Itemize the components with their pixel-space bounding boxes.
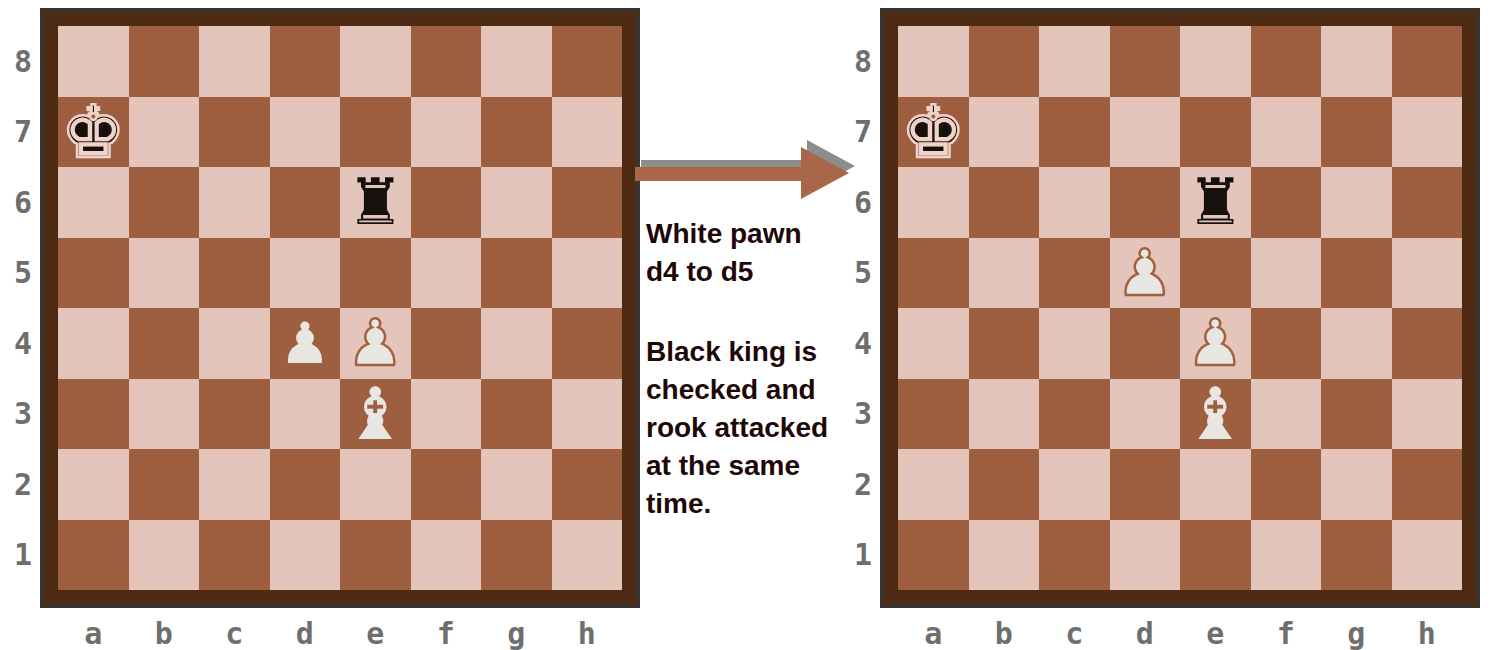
file-label-c: c bbox=[1039, 614, 1110, 650]
square-e8 bbox=[1180, 26, 1251, 97]
rank-label-4: 4 bbox=[848, 308, 878, 379]
file-label-f: f bbox=[1251, 614, 1322, 650]
square-h8 bbox=[552, 26, 623, 97]
chess-board-after: ♚♜♟♟♝ bbox=[880, 8, 1480, 608]
square-d4 bbox=[1110, 308, 1181, 379]
rank-label-2: 2 bbox=[8, 449, 38, 520]
square-e1 bbox=[340, 520, 411, 591]
square-d7 bbox=[270, 97, 341, 168]
file-labels: abcdefgh bbox=[58, 614, 622, 650]
square-f3 bbox=[411, 379, 482, 450]
square-a5 bbox=[58, 238, 129, 309]
square-e3: ♝ bbox=[1180, 379, 1251, 450]
square-c3 bbox=[199, 379, 270, 450]
square-c1 bbox=[199, 520, 270, 591]
rank-label-1: 1 bbox=[848, 520, 878, 591]
square-a6 bbox=[58, 167, 129, 238]
square-b4 bbox=[129, 308, 200, 379]
square-e1 bbox=[1180, 520, 1251, 591]
square-e5 bbox=[1180, 238, 1251, 309]
square-h1 bbox=[552, 520, 623, 591]
effect-text: Black king is checked and rook attacked … bbox=[646, 333, 861, 523]
square-g2 bbox=[481, 449, 552, 520]
square-b6 bbox=[129, 167, 200, 238]
square-c1 bbox=[1039, 520, 1110, 591]
rank-label-1: 1 bbox=[8, 520, 38, 591]
square-b1 bbox=[969, 520, 1040, 591]
square-d2 bbox=[270, 449, 341, 520]
square-a2 bbox=[898, 449, 969, 520]
square-f2 bbox=[1251, 449, 1322, 520]
square-e4: ♟ bbox=[1180, 308, 1251, 379]
square-f5 bbox=[411, 238, 482, 309]
square-e6: ♜ bbox=[340, 167, 411, 238]
file-label-a: a bbox=[58, 614, 129, 650]
square-a3 bbox=[898, 379, 969, 450]
square-h2 bbox=[1392, 449, 1463, 520]
file-label-b: b bbox=[129, 614, 200, 650]
square-f7 bbox=[1251, 97, 1322, 168]
square-d8 bbox=[270, 26, 341, 97]
square-a7: ♚ bbox=[58, 97, 129, 168]
square-h1 bbox=[1392, 520, 1463, 591]
file-label-f: f bbox=[411, 614, 482, 650]
square-d6 bbox=[270, 167, 341, 238]
square-h6 bbox=[552, 167, 623, 238]
rank-label-4: 4 bbox=[8, 308, 38, 379]
square-b5 bbox=[129, 238, 200, 309]
square-g4 bbox=[481, 308, 552, 379]
square-f8 bbox=[411, 26, 482, 97]
square-b6 bbox=[969, 167, 1040, 238]
square-c2 bbox=[1039, 449, 1110, 520]
square-e2 bbox=[1180, 449, 1251, 520]
square-b3 bbox=[129, 379, 200, 450]
square-h2 bbox=[552, 449, 623, 520]
square-b8 bbox=[969, 26, 1040, 97]
square-h3 bbox=[1392, 379, 1463, 450]
square-a1 bbox=[898, 520, 969, 591]
square-h4 bbox=[1392, 308, 1463, 379]
square-b7 bbox=[129, 97, 200, 168]
square-d1 bbox=[270, 520, 341, 591]
square-c4 bbox=[199, 308, 270, 379]
file-label-d: d bbox=[270, 614, 341, 650]
rank-label-3: 3 bbox=[848, 379, 878, 450]
square-e8 bbox=[340, 26, 411, 97]
annotation-column: White pawn d4 to d5 Black king is checke… bbox=[646, 140, 861, 524]
file-label-h: h bbox=[552, 614, 623, 650]
board-grid: ♚♜♟♟♝ bbox=[898, 26, 1462, 590]
square-g7 bbox=[481, 97, 552, 168]
square-g2 bbox=[1321, 449, 1392, 520]
file-labels: abcdefgh bbox=[898, 614, 1462, 650]
white-pawn-d4: ♟ bbox=[279, 315, 330, 372]
black-rook-e6: ♜ bbox=[1187, 170, 1244, 234]
square-g1 bbox=[1321, 520, 1392, 591]
square-e2 bbox=[340, 449, 411, 520]
rank-label-7: 7 bbox=[848, 97, 878, 168]
square-f8 bbox=[1251, 26, 1322, 97]
square-a1 bbox=[58, 520, 129, 591]
square-e5 bbox=[340, 238, 411, 309]
square-f2 bbox=[411, 449, 482, 520]
square-f4 bbox=[1251, 308, 1322, 379]
square-g6 bbox=[1321, 167, 1392, 238]
square-a2 bbox=[58, 449, 129, 520]
file-label-b: b bbox=[969, 614, 1040, 650]
board-before: 87654321 ♚♜♟♟♝ abcdefgh bbox=[8, 8, 648, 650]
square-f6 bbox=[411, 167, 482, 238]
square-d1 bbox=[1110, 520, 1181, 591]
square-g4 bbox=[1321, 308, 1392, 379]
square-a4 bbox=[58, 308, 129, 379]
square-b2 bbox=[129, 449, 200, 520]
square-e7 bbox=[1180, 97, 1251, 168]
white-pawn-e4: ♟ bbox=[1187, 311, 1244, 375]
square-g1 bbox=[481, 520, 552, 591]
square-d3 bbox=[1110, 379, 1181, 450]
square-b3 bbox=[969, 379, 1040, 450]
square-a5 bbox=[898, 238, 969, 309]
square-d5 bbox=[270, 238, 341, 309]
white-pawn-e4: ♟ bbox=[347, 311, 404, 375]
rank-label-5: 5 bbox=[8, 238, 38, 309]
white-bishop-e3: ♝ bbox=[343, 378, 408, 450]
square-f1 bbox=[411, 520, 482, 591]
square-c2 bbox=[199, 449, 270, 520]
square-b7 bbox=[969, 97, 1040, 168]
rank-labels: 87654321 bbox=[848, 26, 878, 590]
square-b2 bbox=[969, 449, 1040, 520]
square-c6 bbox=[1039, 167, 1110, 238]
square-f3 bbox=[1251, 379, 1322, 450]
square-e7 bbox=[340, 97, 411, 168]
square-d6 bbox=[1110, 167, 1181, 238]
square-g3 bbox=[1321, 379, 1392, 450]
rank-label-2: 2 bbox=[848, 449, 878, 520]
square-f1 bbox=[1251, 520, 1322, 591]
board-after: 87654321 ♚♜♟♟♝ abcdefgh bbox=[848, 8, 1488, 650]
square-f6 bbox=[1251, 167, 1322, 238]
square-c7 bbox=[1039, 97, 1110, 168]
rank-label-5: 5 bbox=[848, 238, 878, 309]
square-c7 bbox=[199, 97, 270, 168]
file-label-a: a bbox=[898, 614, 969, 650]
square-h8 bbox=[1392, 26, 1463, 97]
rank-labels: 87654321 bbox=[8, 26, 38, 590]
square-d4: ♟ bbox=[270, 308, 341, 379]
square-c5 bbox=[199, 238, 270, 309]
square-f7 bbox=[411, 97, 482, 168]
square-c4 bbox=[1039, 308, 1110, 379]
file-label-e: e bbox=[1180, 614, 1251, 650]
file-label-c: c bbox=[199, 614, 270, 650]
file-label-h: h bbox=[1392, 614, 1463, 650]
white-pawn-d5: ♟ bbox=[1116, 241, 1173, 305]
rank-label-8: 8 bbox=[848, 26, 878, 97]
white-bishop-e3: ♝ bbox=[1183, 378, 1248, 450]
square-g3 bbox=[481, 379, 552, 450]
square-c8 bbox=[199, 26, 270, 97]
square-e3: ♝ bbox=[340, 379, 411, 450]
square-g8 bbox=[481, 26, 552, 97]
black-king-a7: ♚ bbox=[901, 96, 966, 168]
file-label-e: e bbox=[340, 614, 411, 650]
black-king-a7: ♚ bbox=[61, 96, 126, 168]
square-g6 bbox=[481, 167, 552, 238]
square-b4 bbox=[969, 308, 1040, 379]
board-grid: ♚♜♟♟♝ bbox=[58, 26, 622, 590]
square-d3 bbox=[270, 379, 341, 450]
square-a4 bbox=[898, 308, 969, 379]
rank-label-7: 7 bbox=[8, 97, 38, 168]
square-c8 bbox=[1039, 26, 1110, 97]
square-d7 bbox=[1110, 97, 1181, 168]
square-d8 bbox=[1110, 26, 1181, 97]
square-a8 bbox=[898, 26, 969, 97]
square-h3 bbox=[552, 379, 623, 450]
square-h6 bbox=[1392, 167, 1463, 238]
square-h5 bbox=[552, 238, 623, 309]
file-label-d: d bbox=[1110, 614, 1181, 650]
square-h7 bbox=[1392, 97, 1463, 168]
chess-board-before: ♚♜♟♟♝ bbox=[40, 8, 640, 608]
square-g5 bbox=[481, 238, 552, 309]
square-c6 bbox=[199, 167, 270, 238]
square-d5: ♟ bbox=[1110, 238, 1181, 309]
square-a8 bbox=[58, 26, 129, 97]
square-h5 bbox=[1392, 238, 1463, 309]
square-b1 bbox=[129, 520, 200, 591]
black-rook-e6: ♜ bbox=[347, 170, 404, 234]
square-e4: ♟ bbox=[340, 308, 411, 379]
square-h4 bbox=[552, 308, 623, 379]
rank-label-6: 6 bbox=[8, 167, 38, 238]
square-g5 bbox=[1321, 238, 1392, 309]
square-c5 bbox=[1039, 238, 1110, 309]
square-f5 bbox=[1251, 238, 1322, 309]
square-a3 bbox=[58, 379, 129, 450]
rank-label-3: 3 bbox=[8, 379, 38, 450]
square-c3 bbox=[1039, 379, 1110, 450]
square-a6 bbox=[898, 167, 969, 238]
square-b8 bbox=[129, 26, 200, 97]
square-a7: ♚ bbox=[898, 97, 969, 168]
chess-move-diagram: 87654321 ♚♜♟♟♝ abcdefgh White pawn d4 to… bbox=[0, 0, 1500, 650]
square-d2 bbox=[1110, 449, 1181, 520]
file-label-g: g bbox=[481, 614, 552, 650]
square-h7 bbox=[552, 97, 623, 168]
rank-label-6: 6 bbox=[848, 167, 878, 238]
square-g8 bbox=[1321, 26, 1392, 97]
square-f4 bbox=[411, 308, 482, 379]
file-label-g: g bbox=[1321, 614, 1392, 650]
square-g7 bbox=[1321, 97, 1392, 168]
square-b5 bbox=[969, 238, 1040, 309]
move-text: White pawn d4 to d5 bbox=[646, 215, 861, 291]
rank-label-8: 8 bbox=[8, 26, 38, 97]
move-arrow-icon bbox=[635, 140, 861, 202]
square-e6: ♜ bbox=[1180, 167, 1251, 238]
